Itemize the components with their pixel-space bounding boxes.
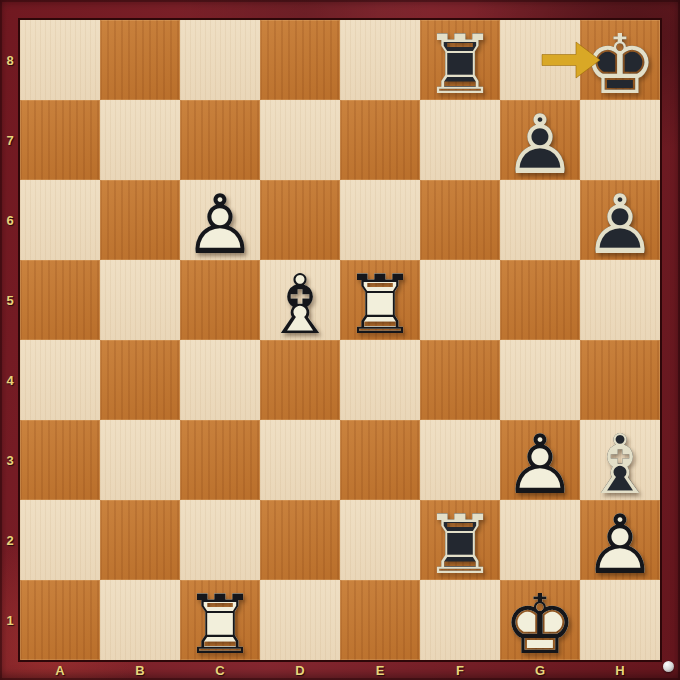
square-d6[interactable] xyxy=(260,180,340,260)
square-c5[interactable] xyxy=(180,260,260,340)
file-label-b: B xyxy=(100,660,180,680)
piece-fill-glyph: ♜ xyxy=(340,265,420,345)
piece-white-king[interactable]: ♚♔ xyxy=(500,580,580,660)
square-g7[interactable]: ♟♙ xyxy=(500,100,580,180)
square-a7[interactable] xyxy=(20,100,100,180)
piece-black-pawn[interactable]: ♟♙ xyxy=(580,180,660,260)
file-label-a: A xyxy=(20,660,100,680)
piece-outline-glyph: ♗ xyxy=(260,265,340,345)
piece-black-pawn[interactable]: ♟♙ xyxy=(500,100,580,180)
piece-outline-glyph: ♗ xyxy=(580,425,660,505)
piece-outline-glyph: ♙ xyxy=(580,505,660,585)
square-h4[interactable] xyxy=(580,340,660,420)
piece-black-king[interactable]: ♚♔ xyxy=(580,20,660,100)
piece-outline-glyph: ♙ xyxy=(500,105,580,185)
square-c3[interactable] xyxy=(180,420,260,500)
square-b2[interactable] xyxy=(100,500,180,580)
file-label-f: F xyxy=(420,660,500,680)
square-g2[interactable] xyxy=(500,500,580,580)
square-d5[interactable]: ♝♗ xyxy=(260,260,340,340)
chessboard: ♜♖♚♔♟♙♟♙♟♙♝♗♜♖♟♙♝♗♜♖♟♙♜♖♚♔ xyxy=(20,20,660,660)
square-e4[interactable] xyxy=(340,340,420,420)
piece-outline-glyph: ♔ xyxy=(580,25,660,105)
piece-fill-glyph: ♜ xyxy=(420,25,500,105)
piece-fill-glyph: ♚ xyxy=(580,25,660,105)
square-c4[interactable] xyxy=(180,340,260,420)
square-b4[interactable] xyxy=(100,340,180,420)
piece-white-rook[interactable]: ♜♖ xyxy=(340,260,420,340)
square-f7[interactable] xyxy=(420,100,500,180)
square-d4[interactable] xyxy=(260,340,340,420)
piece-fill-glyph: ♟ xyxy=(500,425,580,505)
rank-label-8: 8 xyxy=(0,20,20,100)
square-g4[interactable] xyxy=(500,340,580,420)
rank-labels: 87654321 xyxy=(0,20,20,660)
rank-label-1: 1 xyxy=(0,580,20,660)
piece-fill-glyph: ♝ xyxy=(260,265,340,345)
square-d8[interactable] xyxy=(260,20,340,100)
square-h3[interactable]: ♝♗ xyxy=(580,420,660,500)
file-label-d: D xyxy=(260,660,340,680)
piece-outline-glyph: ♖ xyxy=(420,505,500,585)
square-d1[interactable] xyxy=(260,580,340,660)
piece-outline-glyph: ♖ xyxy=(420,25,500,105)
piece-outline-glyph: ♔ xyxy=(500,585,580,665)
piece-fill-glyph: ♟ xyxy=(500,105,580,185)
piece-outline-glyph: ♙ xyxy=(180,185,260,265)
square-a3[interactable] xyxy=(20,420,100,500)
square-h2[interactable]: ♟♙ xyxy=(580,500,660,580)
square-b3[interactable] xyxy=(100,420,180,500)
square-c7[interactable] xyxy=(180,100,260,180)
white-to-move-indicator xyxy=(663,661,674,672)
square-f1[interactable] xyxy=(420,580,500,660)
square-f8[interactable]: ♜♖ xyxy=(420,20,500,100)
square-g3[interactable]: ♟♙ xyxy=(500,420,580,500)
file-labels: ABCDEFGH xyxy=(20,660,660,680)
square-h8[interactable]: ♚♔ xyxy=(580,20,660,100)
piece-white-pawn[interactable]: ♟♙ xyxy=(500,420,580,500)
square-b5[interactable] xyxy=(100,260,180,340)
square-h5[interactable] xyxy=(580,260,660,340)
square-f3[interactable] xyxy=(420,420,500,500)
chess-diagram: ♜♖♚♔♟♙♟♙♟♙♝♗♜♖♟♙♝♗♜♖♟♙♜♖♚♔ ABCDEFGH 8765… xyxy=(0,0,680,680)
square-e8[interactable] xyxy=(340,20,420,100)
piece-white-bishop[interactable]: ♝♗ xyxy=(260,260,340,340)
square-c6[interactable]: ♟♙ xyxy=(180,180,260,260)
square-a1[interactable] xyxy=(20,580,100,660)
square-a2[interactable] xyxy=(20,500,100,580)
piece-outline-glyph: ♖ xyxy=(340,265,420,345)
square-c1[interactable]: ♜♖ xyxy=(180,580,260,660)
piece-outline-glyph: ♖ xyxy=(180,585,260,665)
square-b7[interactable] xyxy=(100,100,180,180)
piece-white-pawn[interactable]: ♟♙ xyxy=(580,500,660,580)
square-g5[interactable] xyxy=(500,260,580,340)
square-a8[interactable] xyxy=(20,20,100,100)
square-g8[interactable] xyxy=(500,20,580,100)
rank-label-4: 4 xyxy=(0,340,20,420)
piece-fill-glyph: ♟ xyxy=(580,505,660,585)
piece-fill-glyph: ♚ xyxy=(500,585,580,665)
square-h6[interactable]: ♟♙ xyxy=(580,180,660,260)
square-h1[interactable] xyxy=(580,580,660,660)
square-b8[interactable] xyxy=(100,20,180,100)
piece-fill-glyph: ♜ xyxy=(180,585,260,665)
square-a4[interactable] xyxy=(20,340,100,420)
square-e2[interactable] xyxy=(340,500,420,580)
square-d7[interactable] xyxy=(260,100,340,180)
piece-fill-glyph: ♝ xyxy=(580,425,660,505)
square-b6[interactable] xyxy=(100,180,180,260)
square-d3[interactable] xyxy=(260,420,340,500)
file-label-g: G xyxy=(500,660,580,680)
square-a5[interactable] xyxy=(20,260,100,340)
file-label-c: C xyxy=(180,660,260,680)
square-a6[interactable] xyxy=(20,180,100,260)
piece-black-rook[interactable]: ♜♖ xyxy=(420,20,500,100)
piece-black-rook[interactable]: ♜♖ xyxy=(420,500,500,580)
piece-outline-glyph: ♙ xyxy=(500,425,580,505)
rank-label-2: 2 xyxy=(0,500,20,580)
square-f5[interactable] xyxy=(420,260,500,340)
square-e7[interactable] xyxy=(340,100,420,180)
square-f6[interactable] xyxy=(420,180,500,260)
square-e1[interactable] xyxy=(340,580,420,660)
square-c2[interactable] xyxy=(180,500,260,580)
square-e5[interactable]: ♜♖ xyxy=(340,260,420,340)
square-d2[interactable] xyxy=(260,500,340,580)
square-g6[interactable] xyxy=(500,180,580,260)
rank-label-7: 7 xyxy=(0,100,20,180)
file-label-e: E xyxy=(340,660,420,680)
file-label-h: H xyxy=(580,660,660,680)
piece-fill-glyph: ♟ xyxy=(180,185,260,265)
piece-white-pawn[interactable]: ♟♙ xyxy=(180,180,260,260)
square-f2[interactable]: ♜♖ xyxy=(420,500,500,580)
square-g1[interactable]: ♚♔ xyxy=(500,580,580,660)
piece-fill-glyph: ♜ xyxy=(420,505,500,585)
square-b1[interactable] xyxy=(100,580,180,660)
square-f4[interactable] xyxy=(420,340,500,420)
piece-outline-glyph: ♙ xyxy=(580,185,660,265)
square-e3[interactable] xyxy=(340,420,420,500)
piece-fill-glyph: ♟ xyxy=(580,185,660,265)
rank-label-3: 3 xyxy=(0,420,20,500)
rank-label-6: 6 xyxy=(0,180,20,260)
piece-white-rook[interactable]: ♜♖ xyxy=(180,580,260,660)
piece-black-bishop[interactable]: ♝♗ xyxy=(580,420,660,500)
square-e6[interactable] xyxy=(340,180,420,260)
square-c8[interactable] xyxy=(180,20,260,100)
square-h7[interactable] xyxy=(580,100,660,180)
rank-label-5: 5 xyxy=(0,260,20,340)
